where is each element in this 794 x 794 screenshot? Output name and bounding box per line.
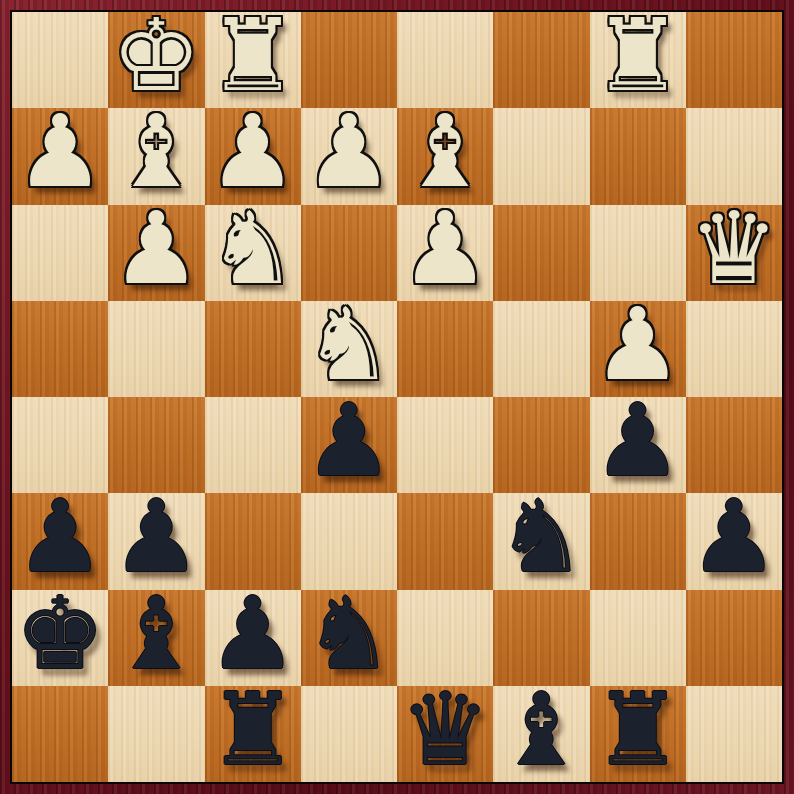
piece-black-bishop[interactable]: ♝ [112,586,202,682]
piece-black-bishop[interactable]: ♝ [497,682,587,778]
square-h2[interactable] [686,590,782,686]
square-f8[interactable] [493,12,589,108]
piece-black-knight[interactable]: ♞ [497,489,587,585]
square-a7[interactable]: ♟ [12,108,108,204]
square-h5[interactable] [686,301,782,397]
chess-board: ♚♜♜♟♝♟♟♝♟♞♟♛♞♟♟♟♟♟♞♟♚♝♟♞♜♛♝♜ [12,12,782,782]
piece-white-pawn[interactable]: ♟ [15,104,105,200]
square-a6[interactable] [12,205,108,301]
piece-white-knight[interactable]: ♞ [304,297,394,393]
piece-black-pawn[interactable]: ♟ [689,489,779,585]
square-h6[interactable]: ♛ [686,205,782,301]
square-b1[interactable] [108,686,204,782]
square-e1[interactable]: ♛ [397,686,493,782]
piece-white-pawn[interactable]: ♟ [593,297,683,393]
square-g4[interactable]: ♟ [590,397,686,493]
piece-white-pawn[interactable]: ♟ [208,104,298,200]
square-f1[interactable]: ♝ [493,686,589,782]
piece-black-pawn[interactable]: ♟ [304,393,394,489]
piece-white-pawn[interactable]: ♟ [304,104,394,200]
piece-white-rook[interactable]: ♜ [593,8,683,104]
square-d1[interactable] [301,686,397,782]
piece-black-king[interactable]: ♚ [15,586,105,682]
square-e4[interactable] [397,397,493,493]
square-d7[interactable]: ♟ [301,108,397,204]
square-g3[interactable] [590,493,686,589]
square-g8[interactable]: ♜ [590,12,686,108]
square-c1[interactable]: ♜ [205,686,301,782]
piece-black-queen[interactable]: ♛ [400,682,490,778]
square-c4[interactable] [205,397,301,493]
square-f6[interactable] [493,205,589,301]
square-a2[interactable]: ♚ [12,590,108,686]
square-f5[interactable] [493,301,589,397]
square-f3[interactable]: ♞ [493,493,589,589]
square-a1[interactable] [12,686,108,782]
square-h8[interactable] [686,12,782,108]
piece-black-pawn[interactable]: ♟ [593,393,683,489]
piece-white-bishop[interactable]: ♝ [112,104,202,200]
piece-black-pawn[interactable]: ♟ [208,586,298,682]
square-c5[interactable] [205,301,301,397]
square-g1[interactable]: ♜ [590,686,686,782]
square-e3[interactable] [397,493,493,589]
square-e6[interactable]: ♟ [397,205,493,301]
square-h1[interactable] [686,686,782,782]
piece-white-pawn[interactable]: ♟ [112,201,202,297]
square-c6[interactable]: ♞ [205,205,301,301]
piece-black-rook[interactable]: ♜ [208,682,298,778]
square-h3[interactable]: ♟ [686,493,782,589]
square-e5[interactable] [397,301,493,397]
piece-white-queen[interactable]: ♛ [689,201,779,297]
piece-white-rook[interactable]: ♜ [208,8,298,104]
piece-black-pawn[interactable]: ♟ [112,489,202,585]
square-f7[interactable] [493,108,589,204]
square-d2[interactable]: ♞ [301,590,397,686]
square-g7[interactable] [590,108,686,204]
piece-white-pawn[interactable]: ♟ [400,201,490,297]
square-a5[interactable] [12,301,108,397]
piece-black-knight[interactable]: ♞ [304,586,394,682]
piece-white-bishop[interactable]: ♝ [400,104,490,200]
piece-white-knight[interactable]: ♞ [208,201,298,297]
piece-black-rook[interactable]: ♜ [593,682,683,778]
square-b6[interactable]: ♟ [108,205,204,301]
piece-white-king[interactable]: ♚ [112,8,202,104]
board-frame: ♚♜♜♟♝♟♟♝♟♞♟♛♞♟♟♟♟♟♞♟♚♝♟♞♜♛♝♜ [0,0,794,794]
square-d4[interactable]: ♟ [301,397,397,493]
square-b5[interactable] [108,301,204,397]
piece-black-pawn[interactable]: ♟ [15,489,105,585]
board-rim: ♚♜♜♟♝♟♟♝♟♞♟♛♞♟♟♟♟♟♞♟♚♝♟♞♜♛♝♜ [10,10,784,784]
square-b2[interactable]: ♝ [108,590,204,686]
